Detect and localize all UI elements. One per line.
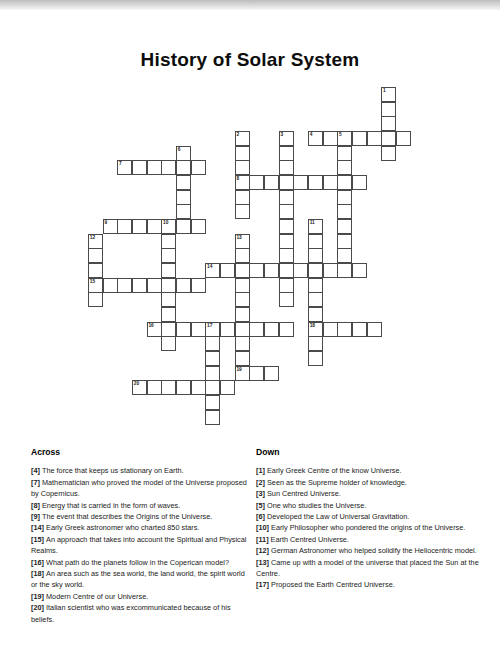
grid-cell[interactable]: 8 <box>235 175 250 190</box>
clue-number-label: [2] <box>256 478 267 487</box>
grid-cell[interactable] <box>205 366 220 381</box>
cell-number: 18 <box>310 323 315 328</box>
grid-cell[interactable] <box>103 278 118 293</box>
grid-cell[interactable] <box>205 410 220 425</box>
clue-across-16: [16] What path do the planets follow in … <box>31 557 252 568</box>
grid-cell[interactable] <box>337 175 352 190</box>
cell-number: 1 <box>383 88 386 93</box>
clue-number-label: [1] <box>256 466 267 475</box>
clue-number-label: [17] <box>256 580 271 589</box>
grid-cell[interactable] <box>235 351 250 366</box>
clue-across-15: [15] An approach that takes into account… <box>31 534 252 557</box>
cell-number: 8 <box>236 176 239 181</box>
grid-cell[interactable]: 2 <box>235 131 250 146</box>
grid-cell[interactable] <box>176 175 191 190</box>
grid-cell[interactable] <box>279 278 294 293</box>
clue-number-label: [9] <box>31 512 42 521</box>
grid-cell[interactable]: 4 <box>308 131 323 146</box>
clue-down-6: [6] Developed the Law of Universal Gravi… <box>256 511 479 522</box>
clue-number-label: [11] <box>256 535 271 544</box>
grid-cell[interactable]: 20 <box>132 380 147 395</box>
grid-cell[interactable] <box>249 366 264 381</box>
grid-cell[interactable] <box>176 204 191 219</box>
grid-cell[interactable]: 5 <box>337 131 352 146</box>
clue-number-label: [4] <box>31 466 42 475</box>
clue-across-4: [4] The force that keeps us stationary o… <box>31 465 252 476</box>
grid-cell[interactable]: 1 <box>381 87 396 102</box>
clue-across-9: [9] The event that describes the Origins… <box>31 511 252 522</box>
grid-cell[interactable] <box>176 190 191 205</box>
clue-number-label: [8] <box>31 501 42 510</box>
grid-cell[interactable] <box>367 322 382 337</box>
grid-cell[interactable]: 17 <box>205 322 220 337</box>
cell-number: 4 <box>310 132 313 137</box>
across-clue-list: [4] The force that keeps us stationary o… <box>31 465 252 625</box>
down-clue-list: [1] Early Greek Centre of the know Unive… <box>256 465 479 590</box>
grid-cell[interactable] <box>176 322 191 337</box>
grid-cell[interactable]: 12 <box>88 234 103 249</box>
clue-down-17: [17] Proposed the Earth Centred Universe… <box>256 579 479 590</box>
clue-across-7: [7] Mathematician who proved the model o… <box>31 477 252 500</box>
grid-cell[interactable] <box>308 351 323 366</box>
clue-number-label: [15] <box>31 535 46 544</box>
grid-cell[interactable] <box>205 395 220 410</box>
clue-across-19: [19] Modern Centre of our Universe. <box>31 591 252 602</box>
grid-cell[interactable] <box>264 366 279 381</box>
clue-across-20: [20] Italian scientist who was excommuni… <box>31 602 252 625</box>
grid-cell[interactable] <box>161 322 176 337</box>
cell-number: 19 <box>236 367 241 372</box>
grid-cell[interactable] <box>264 175 279 190</box>
grid-cell[interactable] <box>235 204 250 219</box>
grid-cell[interactable] <box>381 146 396 161</box>
grid-cell[interactable] <box>308 292 323 307</box>
grid-cell[interactable] <box>308 263 323 278</box>
cell-number: 6 <box>178 147 181 152</box>
grid-cell[interactable]: 7 <box>117 160 132 175</box>
grid-cell[interactable] <box>235 307 250 322</box>
clue-number-label: [10] <box>256 523 271 532</box>
grid-cell[interactable] <box>191 219 206 234</box>
grid-cell[interactable] <box>161 263 176 278</box>
clue-number-label: [19] <box>31 592 46 601</box>
cell-number: 17 <box>207 323 212 328</box>
grid-cell[interactable] <box>249 175 264 190</box>
clue-number-label: [18] <box>31 569 46 578</box>
clue-down-3: [3] Sun Centred Universe. <box>256 488 479 499</box>
grid-cell[interactable] <box>235 292 250 307</box>
grid-cell[interactable] <box>279 175 294 190</box>
grid-cell[interactable]: 11 <box>308 219 323 234</box>
grid-cell[interactable] <box>88 292 103 307</box>
grid-cell[interactable] <box>235 160 250 175</box>
grid-cell[interactable] <box>235 322 250 337</box>
grid-cell[interactable] <box>147 219 162 234</box>
grid-cell[interactable] <box>308 234 323 249</box>
cell-number: 10 <box>163 220 168 225</box>
grid-cell[interactable] <box>381 116 396 131</box>
clue-number-label: [5] <box>256 501 267 510</box>
cell-number: 13 <box>236 235 241 240</box>
grid-cell[interactable]: 18 <box>308 322 323 337</box>
grid-cell[interactable] <box>249 322 264 337</box>
grid-cell[interactable] <box>176 278 191 293</box>
grid-cell[interactable] <box>235 190 250 205</box>
grid-cell[interactable] <box>279 292 294 307</box>
down-clues-column: Down [1] Early Greek Centre of the know … <box>256 447 479 591</box>
grid-cell[interactable] <box>235 278 250 293</box>
grid-cell[interactable] <box>279 190 294 205</box>
grid-cell[interactable] <box>279 160 294 175</box>
grid-cell[interactable] <box>235 336 250 351</box>
grid-cell[interactable] <box>132 278 147 293</box>
grid-cell[interactable] <box>337 322 352 337</box>
grid-cell[interactable]: 9 <box>103 219 118 234</box>
grid-cell[interactable] <box>323 322 338 337</box>
clue-down-11: [11] Earth Centred Universe. <box>256 534 479 545</box>
grid-cell[interactable] <box>161 234 176 249</box>
grid-cell[interactable]: 15 <box>88 278 103 293</box>
grid-cell[interactable] <box>191 278 206 293</box>
grid-cell[interactable] <box>279 248 294 263</box>
grid-cell[interactable] <box>235 263 250 278</box>
cell-number: 9 <box>104 220 107 225</box>
grid-cell[interactable] <box>367 131 382 146</box>
grid-cell[interactable] <box>352 263 367 278</box>
grid-cell[interactable] <box>161 160 176 175</box>
clue-number-label: [13] <box>256 558 271 567</box>
grid-cell[interactable] <box>264 322 279 337</box>
grid-cell[interactable]: 6 <box>176 146 191 161</box>
grid-cell[interactable] <box>132 219 147 234</box>
grid-cell[interactable] <box>132 160 147 175</box>
clue-number-label: [6] <box>256 512 267 521</box>
grid-cell[interactable] <box>161 248 176 263</box>
grid-cell[interactable] <box>337 160 352 175</box>
grid-cell[interactable] <box>293 263 308 278</box>
grid-cell[interactable] <box>323 263 338 278</box>
grid-cell[interactable]: 14 <box>205 263 220 278</box>
cell-number: 11 <box>310 220 315 225</box>
grid-cell[interactable] <box>161 278 176 293</box>
grid-cell[interactable] <box>279 322 294 337</box>
cell-number: 14 <box>207 264 212 269</box>
grid-cell[interactable] <box>161 380 176 395</box>
grid-cell[interactable] <box>147 380 162 395</box>
clue-across-8: [8] Energy that is carried in the form o… <box>31 500 252 511</box>
grid-cell[interactable] <box>352 322 367 337</box>
grid-cell[interactable] <box>88 248 103 263</box>
grid-cell[interactable] <box>279 234 294 249</box>
grid-cell[interactable] <box>279 263 294 278</box>
cell-number: 16 <box>148 323 153 328</box>
grid-cell[interactable] <box>308 307 323 322</box>
grid-cell[interactable] <box>249 263 264 278</box>
grid-cell[interactable]: 3 <box>279 131 294 146</box>
clue-number-label: [3] <box>256 489 267 498</box>
grid-cell[interactable] <box>308 336 323 351</box>
cell-number: 3 <box>280 132 283 137</box>
cell-number: 12 <box>90 235 95 240</box>
grid-cell[interactable] <box>279 146 294 161</box>
cell-number: 5 <box>339 132 342 137</box>
grid-cell[interactable] <box>161 336 176 351</box>
grid-cell[interactable] <box>337 234 352 249</box>
clue-down-12: [12] German Astronomer who helped solidi… <box>256 545 479 556</box>
grid-cell[interactable] <box>396 131 411 146</box>
grid-cell[interactable] <box>117 219 132 234</box>
grid-cell[interactable] <box>147 160 162 175</box>
clue-down-13: [13] Came up with a model of the univers… <box>256 557 479 580</box>
grid-cell[interactable] <box>117 278 132 293</box>
grid-cell[interactable] <box>337 248 352 263</box>
grid-cell[interactable] <box>308 175 323 190</box>
clue-number-label: [12] <box>256 546 271 555</box>
grid-cell[interactable] <box>161 307 176 322</box>
grid-cell[interactable] <box>337 263 352 278</box>
grid-cell[interactable]: 10 <box>161 219 176 234</box>
grid-cell[interactable] <box>205 336 220 351</box>
clue-number-label: [7] <box>31 478 42 487</box>
grid-cell[interactable] <box>147 278 162 293</box>
grid-cell[interactable] <box>381 102 396 117</box>
grid-cell[interactable] <box>220 263 235 278</box>
clue-number-label: [20] <box>31 603 46 612</box>
grid-cell[interactable] <box>337 219 352 234</box>
clue-down-1: [1] Early Greek Centre of the know Unive… <box>256 465 479 476</box>
grid-cell[interactable] <box>279 204 294 219</box>
grid-cell[interactable] <box>191 322 206 337</box>
across-clues-column: Across [4] The force that keeps us stati… <box>31 447 252 625</box>
cell-number: 20 <box>134 381 139 386</box>
grid-cell[interactable] <box>176 160 191 175</box>
grid-cell[interactable] <box>323 175 338 190</box>
clue-down-2: [2] Seen as the Supreme holder of knowle… <box>256 477 479 488</box>
grid-cell[interactable] <box>264 263 279 278</box>
grid-cell[interactable] <box>279 219 294 234</box>
cell-number: 15 <box>90 279 95 284</box>
cell-number: 7 <box>119 161 122 166</box>
grid-cell[interactable] <box>337 146 352 161</box>
grid-cell[interactable] <box>235 248 250 263</box>
grid-cell[interactable] <box>191 160 206 175</box>
grid-cell[interactable] <box>323 131 338 146</box>
grid-cell[interactable] <box>308 278 323 293</box>
grid-cell[interactable] <box>176 380 191 395</box>
across-heading: Across <box>31 447 252 458</box>
grid-cell[interactable] <box>235 146 250 161</box>
grid-cell[interactable]: 19 <box>235 366 250 381</box>
clue-number-label: [16] <box>31 558 46 567</box>
grid-cell[interactable] <box>176 219 191 234</box>
cell-number: 2 <box>236 132 239 137</box>
grid-cell[interactable] <box>205 380 220 395</box>
down-heading: Down <box>256 447 479 458</box>
grid-cell[interactable] <box>381 131 396 146</box>
grid-cell[interactable] <box>220 322 235 337</box>
grid-cell[interactable] <box>337 190 352 205</box>
grid-cell[interactable]: 16 <box>147 322 162 337</box>
grid-cell[interactable] <box>352 131 367 146</box>
grid-cell[interactable] <box>88 263 103 278</box>
clue-number-label: [14] <box>31 523 46 532</box>
grid-cell[interactable] <box>293 175 308 190</box>
clue-down-5: [5] One who studies the Universe. <box>256 500 479 511</box>
clue-across-14: [14] Early Greek astronomer who charted … <box>31 522 252 533</box>
grid-cell[interactable] <box>205 351 220 366</box>
grid-cell[interactable] <box>220 380 235 395</box>
clue-down-10: [10] Early Philosopher who pondered the … <box>256 522 479 533</box>
grid-cell[interactable] <box>308 248 323 263</box>
grid-cell[interactable] <box>191 380 206 395</box>
grid-cell[interactable] <box>352 175 367 190</box>
grid-cell[interactable] <box>337 204 352 219</box>
grid-cell[interactable] <box>161 292 176 307</box>
grid-cell[interactable]: 13 <box>235 234 250 249</box>
clue-across-18: [18] An area such as the sea world, the … <box>31 568 252 591</box>
crossword-grid: 1234567891011121314151617181920 <box>0 0 500 440</box>
